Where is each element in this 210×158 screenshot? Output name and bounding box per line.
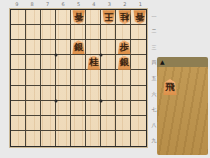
hand-rook-piece[interactable]: 飛	[163, 79, 177, 95]
board-cell-2-7[interactable]	[116, 101, 131, 116]
board-cell-8-2[interactable]	[26, 25, 41, 40]
board-cell-6-9[interactable]	[56, 131, 71, 146]
gote-lance-piece[interactable]: 香	[72, 10, 85, 24]
board-cell-5-9[interactable]	[71, 131, 86, 146]
square-3-1[interactable]: 王	[101, 9, 116, 24]
sente-marker-icon: ▲	[160, 58, 165, 65]
board-cell-8-8[interactable]	[26, 116, 41, 131]
file-labels: 987654321	[9, 1, 148, 8]
file-label-8: 8	[24, 1, 39, 8]
board-cell-8-5[interactable]	[26, 70, 41, 85]
shogi-board: 香王桂香銀歩桂銀	[9, 8, 148, 148]
board-cell-8-6[interactable]	[26, 86, 41, 101]
board-cell-2-5[interactable]	[116, 70, 131, 85]
square-4-4[interactable]: 桂	[86, 55, 101, 70]
board-cell-9-6[interactable]	[11, 86, 26, 101]
board-cell-7-9[interactable]	[41, 131, 56, 146]
hoshi-point	[100, 99, 103, 102]
board-cell-5-4[interactable]	[71, 55, 86, 70]
board-cell-4-1[interactable]	[86, 10, 101, 25]
board-cell-3-3[interactable]	[101, 40, 116, 55]
board-cell-5-6[interactable]	[71, 86, 86, 101]
sente-silver-piece[interactable]: 銀	[118, 56, 131, 70]
board-cell-9-7[interactable]	[11, 101, 26, 116]
board-cell-6-6[interactable]	[56, 86, 71, 101]
board-cell-2-9[interactable]	[116, 131, 131, 146]
board-cell-4-7[interactable]	[86, 101, 101, 116]
board-cell-1-6[interactable]	[131, 86, 146, 101]
board-cell-6-2[interactable]	[56, 25, 71, 40]
sente-knight-piece[interactable]: 桂	[87, 56, 100, 70]
file-label-4: 4	[86, 1, 101, 8]
sente-silver-piece[interactable]: 銀	[72, 40, 85, 54]
board-cell-3-4[interactable]	[101, 55, 116, 70]
board-cell-6-4[interactable]	[56, 55, 71, 70]
file-label-3: 3	[102, 1, 117, 8]
board-grid	[10, 9, 147, 147]
board-cell-8-1[interactable]	[26, 10, 41, 25]
rank-label-2: 二	[150, 24, 158, 40]
board-cell-7-7[interactable]	[41, 101, 56, 116]
board-cell-1-5[interactable]	[131, 70, 146, 85]
board-cell-8-9[interactable]	[26, 131, 41, 146]
board-cell-2-6[interactable]	[116, 86, 131, 101]
rank-label-3: 三	[150, 39, 158, 55]
file-label-6: 6	[55, 1, 70, 8]
square-2-1[interactable]: 桂	[117, 9, 132, 24]
board-cell-3-2[interactable]	[101, 25, 116, 40]
board-cell-6-1[interactable]	[56, 10, 71, 25]
board-cell-9-1[interactable]	[11, 10, 26, 25]
sente-pawn-piece[interactable]: 歩	[118, 40, 131, 54]
komadai-header: ▲	[157, 57, 208, 67]
file-label-2: 2	[117, 1, 132, 8]
square-5-3[interactable]: 銀	[71, 40, 86, 55]
board-cell-5-7[interactable]	[71, 101, 86, 116]
board-cell-6-3[interactable]	[56, 40, 71, 55]
board-cell-4-3[interactable]	[86, 40, 101, 55]
board-cell-1-4[interactable]	[131, 55, 146, 70]
board-cell-3-9[interactable]	[101, 131, 116, 146]
board-cell-4-5[interactable]	[86, 70, 101, 85]
board-cell-7-3[interactable]	[41, 40, 56, 55]
file-label-7: 7	[40, 1, 55, 8]
board-cell-3-7[interactable]	[101, 101, 116, 116]
gote-knight-piece[interactable]: 桂	[118, 10, 131, 24]
board-cell-1-9[interactable]	[131, 131, 146, 146]
board-cell-1-8[interactable]	[131, 116, 146, 131]
gote-lance-piece[interactable]: 香	[133, 10, 146, 24]
board-cell-4-8[interactable]	[86, 116, 101, 131]
board-cell-9-2[interactable]	[11, 25, 26, 40]
board-cell-1-3[interactable]	[131, 40, 146, 55]
board-cell-3-6[interactable]	[101, 86, 116, 101]
gote-king-piece[interactable]: 王	[102, 10, 115, 24]
board-cell-3-8[interactable]	[101, 116, 116, 131]
board-cell-9-3[interactable]	[11, 40, 26, 55]
hoshi-point	[55, 54, 58, 57]
square-5-1[interactable]: 香	[71, 9, 86, 24]
board-cell-6-7[interactable]	[56, 101, 71, 116]
board-cell-8-4[interactable]	[26, 55, 41, 70]
board-cell-9-8[interactable]	[11, 116, 26, 131]
board-cell-7-8[interactable]	[41, 116, 56, 131]
board-cell-4-9[interactable]	[86, 131, 101, 146]
board-cell-9-9[interactable]	[11, 131, 26, 146]
board-cell-5-5[interactable]	[71, 70, 86, 85]
shogi-app: 987654321 一二三四五六七八九 香王桂香銀歩桂銀 ▲ 飛	[0, 0, 210, 158]
square-2-3[interactable]: 歩	[117, 40, 132, 55]
board-cell-4-2[interactable]	[86, 25, 101, 40]
board-cell-3-5[interactable]	[101, 70, 116, 85]
file-label-5: 5	[71, 1, 86, 8]
komadai-body: 飛	[157, 67, 208, 155]
board-cell-5-8[interactable]	[71, 116, 86, 131]
board-cell-4-6[interactable]	[86, 86, 101, 101]
board-cell-5-2[interactable]	[71, 25, 86, 40]
komadai-sente: ▲ 飛	[157, 57, 208, 155]
square-2-4[interactable]: 銀	[117, 55, 132, 70]
file-label-9: 9	[9, 1, 24, 8]
board-cell-9-5[interactable]	[11, 70, 26, 85]
board-cell-1-7[interactable]	[131, 101, 146, 116]
board-cell-9-4[interactable]	[11, 55, 26, 70]
hoshi-point	[55, 99, 58, 102]
board-cell-8-3[interactable]	[26, 40, 41, 55]
board-cell-7-1[interactable]	[41, 10, 56, 25]
file-label-1: 1	[133, 1, 148, 8]
rank-label-1: 一	[150, 8, 158, 24]
board-cell-7-4[interactable]	[41, 55, 56, 70]
board-cell-6-8[interactable]	[56, 116, 71, 131]
board-cell-8-7[interactable]	[26, 101, 41, 116]
square-1-1[interactable]: 香	[132, 9, 147, 24]
board-cell-7-5[interactable]	[41, 70, 56, 85]
board-cell-1-2[interactable]	[131, 25, 146, 40]
board-cell-2-8[interactable]	[116, 116, 131, 131]
board-cell-6-5[interactable]	[56, 70, 71, 85]
board-cell-7-6[interactable]	[41, 86, 56, 101]
board-cell-2-2[interactable]	[116, 25, 131, 40]
board-cell-7-2[interactable]	[41, 25, 56, 40]
